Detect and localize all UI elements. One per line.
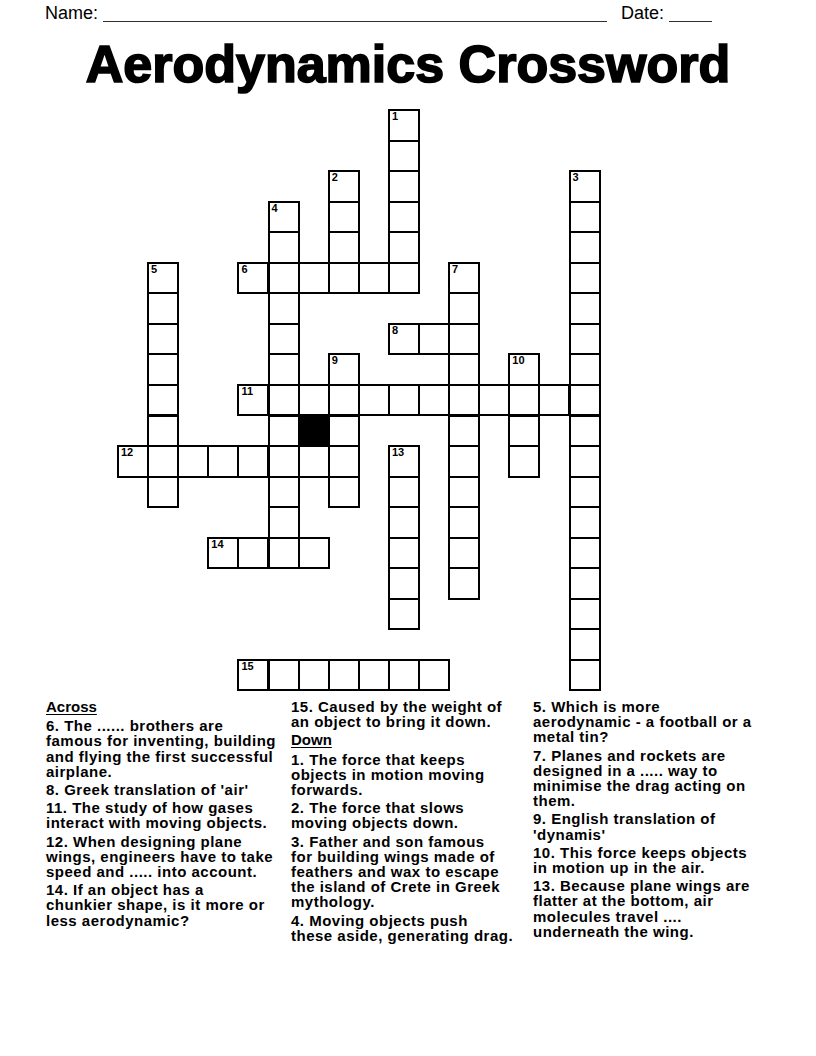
crossword-cell[interactable]: [147, 415, 179, 448]
crossword-cell[interactable]: [358, 384, 390, 417]
crossword-cell[interactable]: [388, 476, 420, 509]
clue-number: 10: [512, 355, 524, 366]
clue-number: 13: [392, 447, 404, 458]
crossword-cell[interactable]: [328, 231, 360, 264]
clue-D3: 3. Father and son famous for building wi…: [291, 834, 531, 910]
crossword-cell[interactable]: [298, 262, 330, 295]
crossword-cell[interactable]: [418, 384, 450, 417]
clue-D4: 4. Moving objects push these aside, gene…: [291, 913, 531, 943]
crossword-cell[interactable]: [388, 506, 420, 539]
crossword-cell[interactable]: [418, 659, 450, 692]
crossword-cell[interactable]: [268, 292, 300, 325]
crossword-cell[interactable]: [328, 659, 360, 692]
crossword-cell[interactable]: [388, 598, 420, 631]
crossword-cell[interactable]: [448, 292, 480, 325]
crossword-cell[interactable]: [328, 476, 360, 509]
crossword-cell[interactable]: [268, 262, 300, 295]
crossword-cell[interactable]: [388, 140, 420, 173]
clue-A14: 14. If an object has a chunkier shape, i…: [46, 882, 291, 928]
crossword-cell[interactable]: [569, 415, 601, 448]
clue-D5: 5. Which is more aerodynamic - a footbal…: [533, 699, 778, 745]
crossword-cell[interactable]: 5: [147, 262, 179, 295]
across-header: Across: [46, 699, 291, 714]
crossword-cell[interactable]: [177, 445, 209, 478]
crossword-cell[interactable]: 9: [328, 353, 360, 386]
crossword-cell[interactable]: [569, 323, 601, 356]
crossword-cell[interactable]: [268, 537, 300, 570]
crossword-cell[interactable]: [388, 262, 420, 295]
crossword-cell[interactable]: [388, 567, 420, 600]
crossword-cell[interactable]: [328, 415, 360, 448]
crossword-cell[interactable]: [569, 353, 601, 386]
clue-number: 11: [241, 386, 253, 397]
crossword-cell[interactable]: [298, 445, 330, 478]
clue-number-label: 8.: [46, 781, 64, 798]
crossword-cell[interactable]: [508, 415, 540, 448]
crossword-cell[interactable]: [268, 445, 300, 478]
crossword-cell[interactable]: [448, 384, 480, 417]
crossword-cell[interactable]: [569, 384, 601, 417]
clue-A11: 11. The study of how gases interact with…: [46, 800, 291, 830]
crossword-cell[interactable]: [569, 567, 601, 600]
crossword-cell[interactable]: [147, 384, 179, 417]
worksheet-header: Name: Date:: [45, 3, 712, 23]
crossword-cell[interactable]: [478, 384, 510, 417]
crossword-cell[interactable]: [298, 659, 330, 692]
clue-D2: 2. The force that slows moving objects d…: [291, 800, 531, 830]
clue-text: This force keeps objects in motion up in…: [533, 844, 747, 876]
clue-text: Father and son famous for building wings…: [291, 833, 500, 911]
crossword-cell[interactable]: [448, 506, 480, 539]
crossword-cell[interactable]: [448, 323, 480, 356]
crossword-cell[interactable]: 12: [117, 445, 149, 478]
crossword-cell[interactable]: [147, 353, 179, 386]
crossword-cell[interactable]: 15: [237, 659, 269, 692]
crossword-cell[interactable]: [298, 384, 330, 417]
clue-A8: 8. Greek translation of 'air': [46, 782, 291, 797]
crossword-cell[interactable]: [448, 476, 480, 509]
crossword-cell[interactable]: 3: [569, 170, 601, 203]
crossword-cell[interactable]: [569, 262, 601, 295]
crossword-cell[interactable]: [298, 537, 330, 570]
crossword-cell[interactable]: [268, 659, 300, 692]
crossword-cell[interactable]: [388, 170, 420, 203]
clue-number: 14: [211, 539, 223, 550]
crossword-cell[interactable]: 13: [388, 445, 420, 478]
name-input-line[interactable]: [103, 4, 607, 22]
crossword-cell[interactable]: 8: [388, 323, 420, 356]
clue-A12: 12. When designing plane wings, engineer…: [46, 834, 291, 880]
clue-text: Planes and rockets are designed in a ...…: [533, 747, 746, 810]
crossword-cell[interactable]: [358, 659, 390, 692]
date-label: Date:: [621, 3, 664, 23]
clue-number: 9: [332, 355, 338, 366]
crossword-cell[interactable]: [147, 292, 179, 325]
crossword-cell[interactable]: [569, 476, 601, 509]
clue-text: The study of how gases interact with mov…: [46, 799, 267, 831]
crossword-grid: 123456789101112131415: [117, 109, 601, 693]
crossword-cell[interactable]: [388, 537, 420, 570]
crossword-cell[interactable]: [508, 384, 540, 417]
crossword-cell[interactable]: [237, 445, 269, 478]
crossword-cell[interactable]: [448, 353, 480, 386]
crossword-cell[interactable]: [147, 476, 179, 509]
clue-number: 15: [241, 661, 253, 672]
crossword-cell[interactable]: [237, 537, 269, 570]
crossword-cell[interactable]: [569, 628, 601, 661]
down-header: Down: [291, 732, 531, 747]
clue-text: Which is more aerodynamic - a football o…: [533, 698, 752, 745]
clue-A6: 6. The ...... brothers are famous for in…: [46, 718, 291, 779]
crossword-cell[interactable]: [569, 231, 601, 264]
clue-column-2: 15. Caused by the weight of an object to…: [291, 699, 531, 946]
crossword-cell[interactable]: [268, 476, 300, 509]
crossword-cell[interactable]: [268, 353, 300, 386]
clue-A15: 15. Caused by the weight of an object to…: [291, 699, 531, 729]
crossword-cell[interactable]: [268, 323, 300, 356]
crossword-cell[interactable]: [207, 445, 239, 478]
crossword-cell[interactable]: [508, 445, 540, 478]
crossword-cell[interactable]: 1: [388, 109, 420, 142]
crossword-cell[interactable]: [328, 445, 360, 478]
clue-D9: 9. English translation of 'dynamis': [533, 811, 778, 841]
clue-text: English translation of 'dynamis': [533, 810, 716, 842]
crossword-cell[interactable]: [569, 537, 601, 570]
crossword-cell[interactable]: [388, 659, 420, 692]
clue-text: Greek translation of 'air': [64, 781, 248, 798]
crossword-cell[interactable]: [569, 201, 601, 234]
crossword-cell[interactable]: 14: [207, 537, 239, 570]
crossword-cell[interactable]: [268, 231, 300, 264]
crossword-cell[interactable]: [569, 506, 601, 539]
crossword-cell[interactable]: 10: [508, 353, 540, 386]
black-cell: [298, 415, 330, 448]
clue-text: When designing plane wings, engineers ha…: [46, 833, 273, 880]
clue-number: 7: [452, 264, 458, 275]
crossword-cell[interactable]: [448, 567, 480, 600]
crossword-cell[interactable]: [448, 537, 480, 570]
clue-column-1: Across6. The ...... brothers are famous …: [46, 699, 291, 931]
clue-number: 5: [151, 264, 157, 275]
date-input-line[interactable]: [669, 4, 712, 22]
crossword-cell[interactable]: [268, 384, 300, 417]
crossword-cell[interactable]: [388, 231, 420, 264]
crossword-cell[interactable]: 6: [237, 262, 269, 295]
crossword-cell[interactable]: [569, 292, 601, 325]
crossword-cell[interactable]: 7: [448, 262, 480, 295]
clue-text: The force that keeps objects in motion m…: [291, 751, 485, 798]
crossword-cell[interactable]: [448, 415, 480, 448]
clue-text: Because plane wings are flatter at the b…: [533, 877, 750, 940]
clue-number: 6: [241, 264, 247, 275]
puzzle-title: Aerodynamics Crossword: [0, 34, 816, 94]
crossword-cell[interactable]: [358, 262, 390, 295]
crossword-cell[interactable]: 4: [268, 201, 300, 234]
clue-number: 2: [332, 172, 338, 183]
clue-number: 1: [392, 111, 398, 122]
crossword-cell[interactable]: [418, 323, 450, 356]
clue-D10: 10. This force keeps objects in motion u…: [533, 845, 778, 875]
clue-D1: 1. The force that keeps objects in motio…: [291, 752, 531, 798]
clue-text: The force that slows moving objects down…: [291, 799, 464, 831]
clue-text: The ...... brothers are famous for inven…: [46, 717, 276, 780]
crossword-cell[interactable]: [328, 201, 360, 234]
crossword-cell[interactable]: [328, 384, 360, 417]
crossword-cell[interactable]: [569, 659, 601, 692]
clue-text: Caused by the weight of an object to bri…: [291, 698, 502, 730]
crossword-cell[interactable]: [388, 201, 420, 234]
crossword-cell[interactable]: [147, 323, 179, 356]
clue-text: If an object has a chunkier shape, is it…: [46, 881, 265, 928]
crossword-cell[interactable]: [569, 445, 601, 478]
crossword-cell[interactable]: [147, 445, 179, 478]
crossword-cell[interactable]: [328, 262, 360, 295]
clue-number: 3: [573, 172, 579, 183]
crossword-cell[interactable]: [569, 598, 601, 631]
crossword-cell[interactable]: [538, 384, 570, 417]
clue-number: 8: [392, 325, 398, 336]
crossword-cell[interactable]: [388, 384, 420, 417]
clue-number: 12: [121, 447, 133, 458]
clue-text: Moving objects push these aside, generat…: [291, 912, 513, 944]
crossword-cell[interactable]: 11: [237, 384, 269, 417]
crossword-cell[interactable]: [448, 445, 480, 478]
crossword-cell[interactable]: [268, 415, 300, 448]
clue-D7: 7. Planes and rockets are designed in a …: [533, 748, 778, 809]
clue-column-3: 5. Which is more aerodynamic - a footbal…: [533, 699, 778, 942]
clue-D13: 13. Because plane wings are flatter at t…: [533, 878, 778, 939]
clue-number: 4: [272, 203, 278, 214]
crossword-cell[interactable]: 2: [328, 170, 360, 203]
crossword-cell[interactable]: [268, 506, 300, 539]
name-label: Name:: [45, 3, 98, 23]
